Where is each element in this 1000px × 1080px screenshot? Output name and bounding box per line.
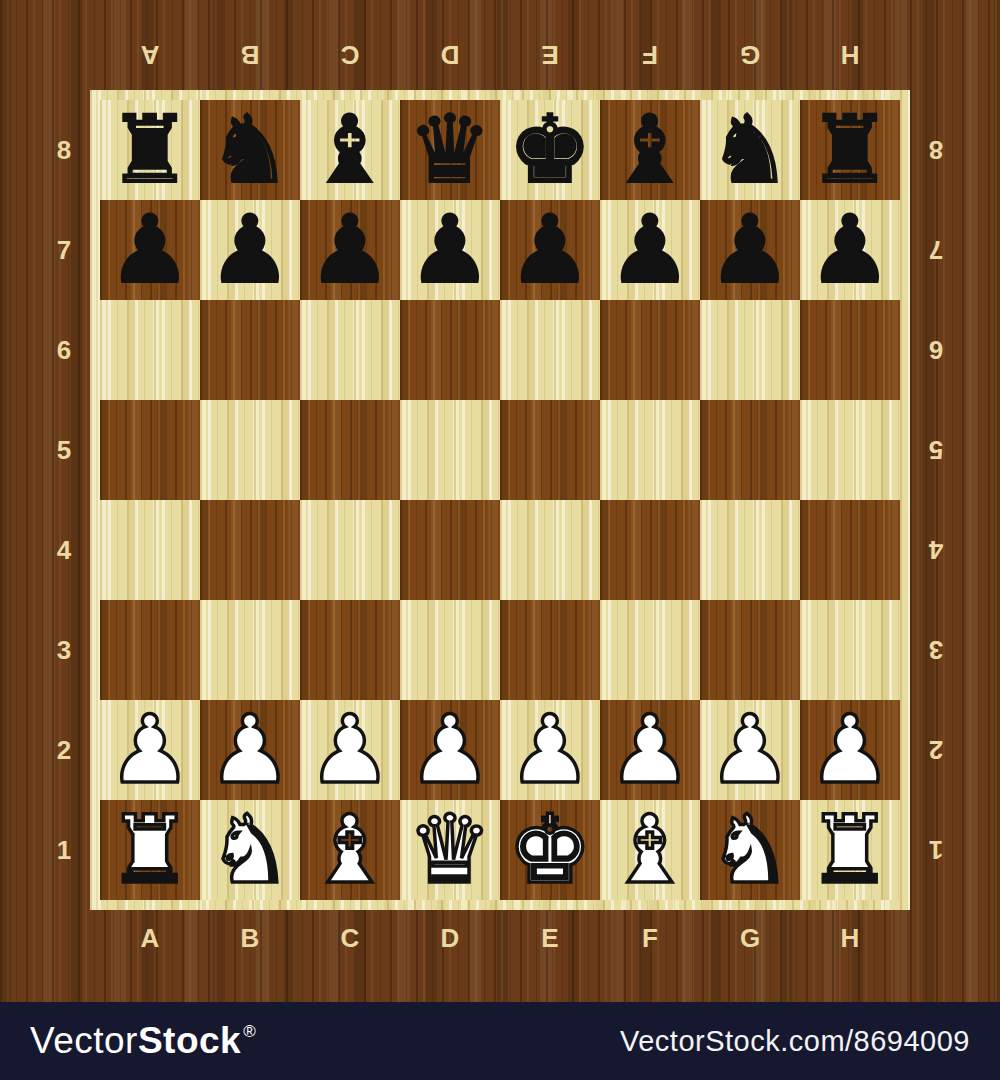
- rank-label-4: 4: [32, 500, 96, 600]
- file-label-h: H: [800, 30, 900, 80]
- black-pawn[interactable]: ♟: [708, 200, 792, 300]
- square-g4[interactable]: [700, 500, 800, 600]
- black-pawn[interactable]: ♟: [108, 200, 192, 300]
- square-b7[interactable]: ♟: [200, 200, 300, 300]
- square-e7[interactable]: ♟: [500, 200, 600, 300]
- rank-label-2: 2: [32, 700, 96, 800]
- file-label-e: E: [500, 913, 600, 963]
- black-pawn[interactable]: ♟: [308, 200, 392, 300]
- square-d7[interactable]: ♟: [400, 200, 500, 300]
- white-pawn[interactable]: ♟: [408, 700, 492, 800]
- square-c7[interactable]: ♟: [300, 200, 400, 300]
- rank-label-4: 4: [904, 500, 968, 600]
- rank-label-8: 8: [32, 100, 96, 200]
- logo-text-stock: Stock: [138, 1020, 241, 1062]
- black-pawn[interactable]: ♟: [408, 200, 492, 300]
- square-e8[interactable]: ♚: [500, 100, 600, 200]
- square-e5[interactable]: [500, 400, 600, 500]
- file-label-g: G: [700, 30, 800, 80]
- square-d6[interactable]: [400, 300, 500, 400]
- watermark-bar: VectorStock® VectorStock.com/8694009: [0, 1002, 1000, 1080]
- black-rook[interactable]: ♜: [108, 100, 192, 200]
- file-labels-bottom: ABCDEFGH: [100, 913, 900, 963]
- square-d5[interactable]: [400, 400, 500, 500]
- rank-label-6: 6: [904, 300, 968, 400]
- square-g6[interactable]: [700, 300, 800, 400]
- file-label-f: F: [600, 30, 700, 80]
- square-f2[interactable]: ♟: [600, 700, 700, 800]
- square-e3[interactable]: [500, 600, 600, 700]
- square-d8[interactable]: ♛: [400, 100, 500, 200]
- square-a8[interactable]: ♜: [100, 100, 200, 200]
- square-f5[interactable]: [600, 400, 700, 500]
- square-a7[interactable]: ♟: [100, 200, 200, 300]
- file-label-c: C: [300, 913, 400, 963]
- rank-labels-left: 87654321: [32, 100, 96, 900]
- square-a6[interactable]: [100, 300, 200, 400]
- rank-labels-right: 87654321: [904, 100, 968, 900]
- rank-label-1: 1: [32, 800, 96, 900]
- square-b2[interactable]: ♟: [200, 700, 300, 800]
- square-a4[interactable]: [100, 500, 200, 600]
- rank-label-7: 7: [32, 200, 96, 300]
- rank-label-7: 7: [904, 200, 968, 300]
- black-bishop[interactable]: ♝: [308, 100, 392, 200]
- rank-label-5: 5: [904, 400, 968, 500]
- square-a2[interactable]: ♟: [100, 700, 200, 800]
- square-c8[interactable]: ♝: [300, 100, 400, 200]
- image-credit-url: VectorStock.com/8694009: [620, 1025, 970, 1058]
- square-h1[interactable]: ♜: [800, 800, 900, 900]
- square-d1[interactable]: ♛: [400, 800, 500, 900]
- white-knight[interactable]: ♞: [708, 800, 792, 900]
- black-king[interactable]: ♚: [508, 100, 592, 200]
- square-e4[interactable]: [500, 500, 600, 600]
- file-label-h: H: [800, 913, 900, 963]
- white-pawn[interactable]: ♟: [208, 700, 292, 800]
- rank-label-8: 8: [904, 100, 968, 200]
- file-label-b: B: [200, 913, 300, 963]
- file-label-d: D: [400, 913, 500, 963]
- square-c5[interactable]: [300, 400, 400, 500]
- file-labels-top: ABCDEFGH: [100, 30, 900, 80]
- white-queen[interactable]: ♛: [408, 800, 492, 900]
- logo-text-vector: Vector: [30, 1020, 138, 1062]
- rank-label-5: 5: [32, 400, 96, 500]
- square-e2[interactable]: ♟: [500, 700, 600, 800]
- file-label-e: E: [500, 30, 600, 80]
- black-pawn[interactable]: ♟: [508, 200, 592, 300]
- white-pawn[interactable]: ♟: [508, 700, 592, 800]
- file-label-f: F: [600, 913, 700, 963]
- file-label-d: D: [400, 30, 500, 80]
- rank-label-6: 6: [32, 300, 96, 400]
- vectorstock-logo: VectorStock®: [30, 1020, 256, 1062]
- square-g8[interactable]: ♞: [700, 100, 800, 200]
- black-pawn[interactable]: ♟: [808, 200, 892, 300]
- square-g5[interactable]: [700, 400, 800, 500]
- square-c2[interactable]: ♟: [300, 700, 400, 800]
- square-h3[interactable]: [800, 600, 900, 700]
- black-knight[interactable]: ♞: [708, 100, 792, 200]
- rank-label-3: 3: [32, 600, 96, 700]
- white-bishop[interactable]: ♝: [608, 800, 692, 900]
- board-grid: ♜♞♝♛♚♝♞♜♟♟♟♟♟♟♟♟♟♟♟♟♟♟♟♟♜♞♝♛♚♝♞♜: [100, 100, 900, 900]
- white-pawn[interactable]: ♟: [708, 700, 792, 800]
- square-a5[interactable]: [100, 400, 200, 500]
- square-h2[interactable]: ♟: [800, 700, 900, 800]
- stock-image-canvas: ABCDEFGH ABCDEFGH 87654321 87654321 ♜♞♝♛…: [0, 0, 1000, 1080]
- white-pawn[interactable]: ♟: [308, 700, 392, 800]
- square-c3[interactable]: [300, 600, 400, 700]
- square-c4[interactable]: [300, 500, 400, 600]
- white-pawn[interactable]: ♟: [808, 700, 892, 800]
- square-e1[interactable]: ♚: [500, 800, 600, 900]
- square-h5[interactable]: [800, 400, 900, 500]
- square-g7[interactable]: ♟: [700, 200, 800, 300]
- square-h6[interactable]: [800, 300, 900, 400]
- white-rook[interactable]: ♜: [808, 800, 892, 900]
- rank-label-2: 2: [904, 700, 968, 800]
- black-bishop[interactable]: ♝: [608, 100, 692, 200]
- file-label-b: B: [200, 30, 300, 80]
- square-a3[interactable]: [100, 600, 200, 700]
- white-rook[interactable]: ♜: [108, 800, 192, 900]
- white-pawn[interactable]: ♟: [108, 700, 192, 800]
- square-a1[interactable]: ♜: [100, 800, 200, 900]
- square-g2[interactable]: ♟: [700, 700, 800, 800]
- square-h4[interactable]: [800, 500, 900, 600]
- black-pawn[interactable]: ♟: [208, 200, 292, 300]
- black-queen[interactable]: ♛: [408, 100, 492, 200]
- square-e6[interactable]: [500, 300, 600, 400]
- black-rook[interactable]: ♜: [808, 100, 892, 200]
- file-label-a: A: [100, 913, 200, 963]
- square-d4[interactable]: [400, 500, 500, 600]
- square-b1[interactable]: ♞: [200, 800, 300, 900]
- rank-label-1: 1: [904, 800, 968, 900]
- square-h8[interactable]: ♜: [800, 100, 900, 200]
- square-f4[interactable]: [600, 500, 700, 600]
- black-pawn[interactable]: ♟: [608, 200, 692, 300]
- square-b4[interactable]: [200, 500, 300, 600]
- black-knight[interactable]: ♞: [208, 100, 292, 200]
- white-pawn[interactable]: ♟: [608, 700, 692, 800]
- square-b6[interactable]: [200, 300, 300, 400]
- square-c6[interactable]: [300, 300, 400, 400]
- square-f8[interactable]: ♝: [600, 100, 700, 200]
- white-knight[interactable]: ♞: [208, 800, 292, 900]
- square-d2[interactable]: ♟: [400, 700, 500, 800]
- square-b3[interactable]: [200, 600, 300, 700]
- chess-board: ♜♞♝♛♚♝♞♜♟♟♟♟♟♟♟♟♟♟♟♟♟♟♟♟♜♞♝♛♚♝♞♜: [90, 90, 910, 910]
- file-label-a: A: [100, 30, 200, 80]
- rank-label-3: 3: [904, 600, 968, 700]
- square-d3[interactable]: [400, 600, 500, 700]
- white-bishop[interactable]: ♝: [308, 800, 392, 900]
- square-f7[interactable]: ♟: [600, 200, 700, 300]
- square-b5[interactable]: [200, 400, 300, 500]
- file-label-g: G: [700, 913, 800, 963]
- square-c1[interactable]: ♝: [300, 800, 400, 900]
- square-f6[interactable]: [600, 300, 700, 400]
- square-h7[interactable]: ♟: [800, 200, 900, 300]
- square-g3[interactable]: [700, 600, 800, 700]
- square-f1[interactable]: ♝: [600, 800, 700, 900]
- square-f3[interactable]: [600, 600, 700, 700]
- square-b8[interactable]: ♞: [200, 100, 300, 200]
- file-label-c: C: [300, 30, 400, 80]
- square-g1[interactable]: ♞: [700, 800, 800, 900]
- white-king[interactable]: ♚: [508, 800, 592, 900]
- registered-mark-icon: ®: [243, 1022, 256, 1042]
